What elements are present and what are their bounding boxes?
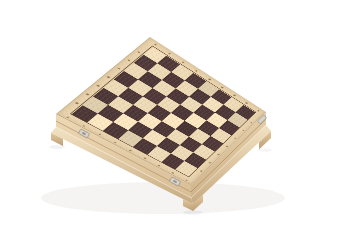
brass-pin xyxy=(209,162,211,164)
brass-pin xyxy=(245,102,247,104)
brass-pin xyxy=(137,51,140,53)
brass-pin xyxy=(97,85,100,87)
brass-pin xyxy=(143,157,146,159)
brass-pin xyxy=(195,70,198,72)
brass-pin xyxy=(250,122,252,124)
brass-pin xyxy=(185,179,188,181)
brass-pin xyxy=(82,125,85,127)
brass-pin xyxy=(257,110,259,112)
brass-pin xyxy=(233,94,235,96)
brass-pin xyxy=(86,93,89,95)
brass-pin xyxy=(172,172,175,174)
brass-pin xyxy=(217,154,219,156)
brass-pin xyxy=(221,86,223,88)
chessbox-product-photo xyxy=(0,0,340,226)
brass-pin xyxy=(158,165,161,167)
brass-pin xyxy=(154,43,157,45)
brass-pin xyxy=(114,141,117,143)
brass-pin xyxy=(200,170,203,172)
brass-pin xyxy=(98,133,101,135)
brass-pin xyxy=(129,149,132,151)
brass-pin xyxy=(234,137,236,139)
foot-shadow-right xyxy=(258,148,272,152)
brass-pin xyxy=(127,59,130,61)
brass-pin xyxy=(75,102,78,104)
brass-pin xyxy=(182,61,185,63)
brass-pin xyxy=(107,76,110,78)
foot-shadow-left xyxy=(49,145,65,149)
foot-shadow-near xyxy=(183,210,203,214)
brass-pin xyxy=(168,53,171,55)
brass-pin xyxy=(66,116,69,118)
brass-pin xyxy=(226,145,228,147)
brass-pin xyxy=(242,129,244,131)
brass-pin xyxy=(117,68,120,70)
brass-pin xyxy=(208,78,211,80)
